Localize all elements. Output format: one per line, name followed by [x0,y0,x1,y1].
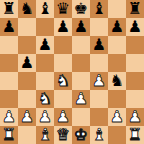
square-b6[interactable] [18,36,36,54]
piece-white-pawn: ♟ [38,108,52,126]
square-d7[interactable]: ♟ [54,18,72,36]
square-d8[interactable]: ♛ [54,0,72,18]
square-a2[interactable]: ♟ [0,108,18,126]
square-e3[interactable]: ♟ [72,90,90,108]
square-e4[interactable] [72,72,90,90]
piece-black-pawn: ♟ [20,54,34,72]
piece-black-rook: ♜ [128,0,142,18]
piece-black-pawn: ♟ [74,18,88,36]
square-a5[interactable] [0,54,18,72]
square-b5[interactable]: ♟ [18,54,36,72]
square-h8[interactable]: ♜ [126,0,144,18]
square-h1[interactable]: ♜ [126,126,144,144]
piece-white-pawn: ♟ [110,108,124,126]
square-d4[interactable]: ♞ [54,72,72,90]
piece-black-knight: ♞ [110,72,124,90]
piece-white-pawn: ♟ [20,108,34,126]
square-g3[interactable] [108,90,126,108]
square-h4[interactable] [126,72,144,90]
square-c7[interactable] [36,18,54,36]
square-d3[interactable] [54,90,72,108]
square-e7[interactable]: ♟ [72,18,90,36]
square-a7[interactable]: ♟ [0,18,18,36]
piece-white-bishop: ♝ [38,126,52,144]
square-d1[interactable]: ♛ [54,126,72,144]
piece-white-king: ♚ [74,126,88,144]
square-b7[interactable] [18,18,36,36]
square-g2[interactable]: ♟ [108,108,126,126]
square-f8[interactable]: ♝ [90,0,108,18]
square-e1[interactable]: ♚ [72,126,90,144]
square-f7[interactable] [90,18,108,36]
piece-black-pawn: ♟ [56,18,70,36]
square-a8[interactable]: ♜ [0,0,18,18]
square-g4[interactable]: ♞ [108,72,126,90]
piece-black-knight: ♞ [20,0,34,18]
square-a4[interactable] [0,72,18,90]
piece-white-queen: ♛ [56,126,70,144]
square-f2[interactable] [90,108,108,126]
piece-black-bishop: ♝ [92,0,106,18]
square-c1[interactable]: ♝ [36,126,54,144]
piece-white-pawn: ♟ [74,90,88,108]
square-d5[interactable] [54,54,72,72]
square-b3[interactable] [18,90,36,108]
square-a1[interactable]: ♜ [0,126,18,144]
piece-black-rook: ♜ [2,0,16,18]
square-a6[interactable] [0,36,18,54]
square-g7[interactable]: ♟ [108,18,126,36]
square-g8[interactable] [108,0,126,18]
square-h2[interactable]: ♟ [126,108,144,126]
square-e5[interactable] [72,54,90,72]
square-g1[interactable] [108,126,126,144]
square-b1[interactable] [18,126,36,144]
square-c4[interactable] [36,72,54,90]
square-h3[interactable] [126,90,144,108]
piece-white-pawn: ♟ [2,108,16,126]
square-h5[interactable] [126,54,144,72]
piece-black-queen: ♛ [56,0,70,18]
piece-black-pawn: ♟ [38,36,52,54]
piece-white-pawn: ♟ [128,108,142,126]
square-h7[interactable]: ♟ [126,18,144,36]
square-e6[interactable] [72,36,90,54]
square-f3[interactable] [90,90,108,108]
piece-white-pawn: ♟ [56,108,70,126]
piece-white-rook: ♜ [128,126,142,144]
square-f6[interactable]: ♟ [90,36,108,54]
square-e8[interactable]: ♚ [72,0,90,18]
piece-white-knight: ♞ [56,72,70,90]
piece-black-bishop: ♝ [38,0,52,18]
piece-white-bishop: ♝ [92,126,106,144]
square-c6[interactable]: ♟ [36,36,54,54]
piece-white-rook: ♜ [2,126,16,144]
piece-white-knight: ♞ [38,90,52,108]
piece-black-pawn: ♟ [128,18,142,36]
square-f5[interactable] [90,54,108,72]
piece-black-pawn: ♟ [110,18,124,36]
piece-black-pawn: ♟ [92,36,106,54]
square-b4[interactable] [18,72,36,90]
square-b8[interactable]: ♞ [18,0,36,18]
square-c2[interactable]: ♟ [36,108,54,126]
piece-black-king: ♚ [74,0,88,18]
square-b2[interactable]: ♟ [18,108,36,126]
square-c3[interactable]: ♞ [36,90,54,108]
square-a3[interactable] [0,90,18,108]
square-e2[interactable] [72,108,90,126]
square-f4[interactable]: ♟ [90,72,108,90]
square-d6[interactable] [54,36,72,54]
square-h6[interactable] [126,36,144,54]
square-g6[interactable] [108,36,126,54]
chess-board: ♜♞♝♛♚♝♜♟♟♟♟♟♟♟♟♞♟♞♞♟♟♟♟♟♟♟♜♝♛♚♝♜ [0,0,144,144]
square-g5[interactable] [108,54,126,72]
piece-white-pawn: ♟ [92,72,106,90]
piece-black-pawn: ♟ [2,18,16,36]
square-d2[interactable]: ♟ [54,108,72,126]
square-c5[interactable] [36,54,54,72]
square-f1[interactable]: ♝ [90,126,108,144]
square-c8[interactable]: ♝ [36,0,54,18]
